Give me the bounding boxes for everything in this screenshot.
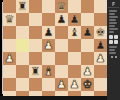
square-b8[interactable]: ♜ <box>16 0 29 13</box>
square-f8[interactable] <box>68 0 81 13</box>
square-b4[interactable] <box>16 52 29 65</box>
square-g3[interactable]: ♟ <box>81 65 94 78</box>
square-c7[interactable] <box>29 13 42 26</box>
square-b2[interactable] <box>16 78 29 91</box>
square-g2[interactable]: ♚ <box>81 78 94 91</box>
square-b5[interactable] <box>16 39 29 52</box>
move-list-line <box>109 22 117 24</box>
square-b7[interactable] <box>16 13 29 26</box>
square-h5[interactable]: ♟ <box>94 39 107 52</box>
sidebar-header-label: F <box>108 1 119 8</box>
piece-black-rook[interactable]: ♜ <box>29 65 42 78</box>
square-a6[interactable] <box>3 26 16 39</box>
move-list-line <box>109 31 114 33</box>
square-g5[interactable] <box>81 39 94 52</box>
piece-black-queen[interactable]: ♛ <box>55 0 68 13</box>
square-e8[interactable]: ♛ <box>55 0 68 13</box>
square-f2[interactable]: ♟ <box>68 78 81 91</box>
square-c3[interactable]: ♜ <box>29 65 42 78</box>
piece-white-pawn[interactable]: ♟ <box>68 78 81 91</box>
piece-black-pawn[interactable]: ♟ <box>68 13 81 26</box>
square-a4[interactable]: ♟ <box>3 52 16 65</box>
square-g6[interactable]: ♟ <box>81 26 94 39</box>
piece-white-bishop[interactable]: ♝ <box>42 65 55 78</box>
move-list-line <box>109 16 118 18</box>
chess-board[interactable]: ♜♛♛♟♟♟♝♟♚♟♟♟♟♜♝♟♟♟♚ <box>3 0 107 100</box>
square-c5[interactable] <box>29 39 42 52</box>
square-a7[interactable]: ♛ <box>3 13 16 26</box>
square-f7[interactable]: ♟ <box>68 13 81 26</box>
square-d3[interactable]: ♝ <box>42 65 55 78</box>
square-c2[interactable] <box>29 78 42 91</box>
square-e5[interactable] <box>55 39 68 52</box>
square-e7[interactable]: ♟ <box>55 13 68 26</box>
square-d8[interactable] <box>42 0 55 13</box>
nav-button[interactable] <box>114 35 118 39</box>
square-f5[interactable] <box>68 39 81 52</box>
square-c4[interactable] <box>29 52 42 65</box>
square-h2[interactable] <box>94 78 107 91</box>
move-list-line <box>109 13 115 15</box>
piece-black-bishop[interactable]: ♝ <box>68 26 81 39</box>
piece-black-queen[interactable]: ♛ <box>3 13 16 26</box>
move-list-line <box>109 28 118 30</box>
engine-line <box>109 49 115 51</box>
piece-black-pawn[interactable]: ♟ <box>42 26 55 39</box>
piece-white-king[interactable]: ♚ <box>81 78 94 91</box>
square-f3[interactable] <box>68 65 81 78</box>
move-list-line <box>109 10 117 12</box>
nav-button[interactable] <box>109 35 113 39</box>
square-b6[interactable] <box>16 26 29 39</box>
move-list-line <box>109 19 116 21</box>
square-h7[interactable] <box>94 13 107 26</box>
piece-black-rook[interactable]: ♜ <box>16 0 29 13</box>
piece-black-king[interactable]: ♚ <box>94 26 107 39</box>
square-h6[interactable]: ♚ <box>94 26 107 39</box>
piece-white-pawn[interactable]: ♟ <box>94 52 107 65</box>
engine-lines <box>108 46 119 54</box>
square-a3[interactable] <box>3 65 16 78</box>
engine-line <box>109 46 117 48</box>
square-g7[interactable] <box>81 13 94 26</box>
square-d7[interactable] <box>42 13 55 26</box>
square-d5[interactable]: ♟ <box>42 39 55 52</box>
square-d4[interactable] <box>42 52 55 65</box>
square-a8[interactable] <box>3 0 16 13</box>
engine-line <box>109 52 116 54</box>
square-e3[interactable] <box>55 65 68 78</box>
square-f6[interactable]: ♝ <box>68 26 81 39</box>
square-e2[interactable]: ♟ <box>55 78 68 91</box>
square-f4[interactable] <box>68 52 81 65</box>
piece-black-pawn[interactable]: ♟ <box>55 13 68 26</box>
bottom-bar <box>0 96 107 100</box>
piece-white-pawn[interactable]: ♟ <box>3 52 16 65</box>
square-h3[interactable] <box>94 65 107 78</box>
square-a5[interactable] <box>3 39 16 52</box>
piece-white-pawn[interactable]: ♟ <box>55 78 68 91</box>
piece-black-pawn[interactable]: ♟ <box>81 26 94 39</box>
piece-white-pawn[interactable]: ♟ <box>42 39 55 52</box>
piece-white-pawn[interactable]: ♟ <box>81 65 94 78</box>
move-list[interactable] <box>108 10 119 33</box>
square-c8[interactable] <box>29 0 42 13</box>
square-h4[interactable]: ♟ <box>94 52 107 65</box>
square-d2[interactable] <box>42 78 55 91</box>
square-d6[interactable]: ♟ <box>42 26 55 39</box>
square-g8[interactable] <box>81 0 94 13</box>
move-list-line <box>109 25 115 27</box>
nav-button[interactable] <box>114 40 118 44</box>
square-e6[interactable] <box>55 26 68 39</box>
nav-buttons <box>108 35 119 44</box>
analysis-sidebar: F <box>107 0 120 100</box>
nav-button[interactable] <box>109 40 113 44</box>
square-a2[interactable] <box>3 78 16 91</box>
piece-black-pawn[interactable]: ♟ <box>94 39 107 52</box>
status-dots <box>108 56 119 58</box>
square-g4[interactable] <box>81 52 94 65</box>
square-h8[interactable] <box>94 0 107 13</box>
square-c6[interactable] <box>29 26 42 39</box>
square-e4[interactable] <box>55 52 68 65</box>
app-window: ♜♛♛♟♟♟♝♟♚♟♟♟♟♜♝♟♟♟♚ F <box>0 0 120 100</box>
square-b3[interactable] <box>16 65 29 78</box>
